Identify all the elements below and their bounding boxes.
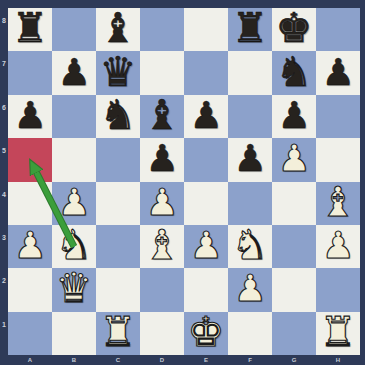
square-h3[interactable]: ♟: [316, 225, 360, 268]
chess-board-frame: 87654321 ♜♝♜♚♟♛♞♟♟♞♝♟♟♟♟♟♟♟♝♟♞♝♟♞♟♛♟♜♚♜ …: [0, 0, 365, 365]
black-pawn-g6[interactable]: ♟: [277, 97, 310, 134]
square-f4[interactable]: [228, 182, 272, 225]
white-pawn-e3[interactable]: ♟: [189, 227, 222, 264]
square-g7[interactable]: ♞: [272, 51, 316, 94]
square-b3[interactable]: ♞: [52, 225, 96, 268]
square-a7[interactable]: [8, 51, 52, 94]
square-d4[interactable]: ♟: [140, 182, 184, 225]
square-f2[interactable]: ♟: [228, 268, 272, 311]
square-f7[interactable]: [228, 51, 272, 94]
rank-label-7: 7: [0, 51, 8, 94]
rank-labels: 87654321: [0, 8, 8, 355]
square-e7[interactable]: [184, 51, 228, 94]
square-a8[interactable]: ♜: [8, 8, 52, 51]
white-rook-h1[interactable]: ♜: [320, 312, 357, 353]
square-g3[interactable]: [272, 225, 316, 268]
rank-label-1: 1: [0, 312, 8, 355]
rank-label-8: 8: [0, 8, 8, 51]
black-pawn-f5[interactable]: ♟: [233, 140, 266, 177]
white-knight-b3[interactable]: ♞: [56, 225, 93, 266]
square-h7[interactable]: ♟: [316, 51, 360, 94]
white-bishop-h4[interactable]: ♝: [320, 182, 357, 223]
square-h2[interactable]: [316, 268, 360, 311]
file-label-e: E: [184, 355, 228, 365]
square-e1[interactable]: ♚: [184, 312, 228, 355]
file-label-b: B: [52, 355, 96, 365]
file-label-a: A: [8, 355, 52, 365]
square-e2[interactable]: [184, 268, 228, 311]
square-e3[interactable]: ♟: [184, 225, 228, 268]
white-queen-b2[interactable]: ♛: [56, 268, 93, 309]
square-d7[interactable]: [140, 51, 184, 94]
square-b6[interactable]: [52, 95, 96, 138]
square-e8[interactable]: [184, 8, 228, 51]
square-a4[interactable]: [8, 182, 52, 225]
square-g4[interactable]: [272, 182, 316, 225]
square-h5[interactable]: [316, 138, 360, 181]
file-label-h: H: [316, 355, 360, 365]
square-h4[interactable]: ♝: [316, 182, 360, 225]
square-c7[interactable]: ♛: [96, 51, 140, 94]
square-d8[interactable]: [140, 8, 184, 51]
square-a1[interactable]: [8, 312, 52, 355]
square-d2[interactable]: [140, 268, 184, 311]
square-b5[interactable]: [52, 138, 96, 181]
black-pawn-h7[interactable]: ♟: [321, 54, 354, 91]
white-rook-c1[interactable]: ♜: [100, 312, 137, 353]
square-d6[interactable]: ♝: [140, 95, 184, 138]
square-a5[interactable]: [8, 138, 52, 181]
square-a3[interactable]: ♟: [8, 225, 52, 268]
square-d1[interactable]: [140, 312, 184, 355]
white-pawn-g5[interactable]: ♟: [277, 140, 310, 177]
rank-label-3: 3: [0, 225, 8, 268]
white-pawn-f2[interactable]: ♟: [233, 270, 266, 307]
square-a6[interactable]: ♟: [8, 95, 52, 138]
black-queen-c7[interactable]: ♛: [100, 52, 137, 93]
square-h1[interactable]: ♜: [316, 312, 360, 355]
black-pawn-a6[interactable]: ♟: [13, 97, 46, 134]
square-e4[interactable]: [184, 182, 228, 225]
file-label-c: C: [96, 355, 140, 365]
black-pawn-e6[interactable]: ♟: [189, 97, 222, 134]
white-pawn-b4[interactable]: ♟: [57, 184, 90, 221]
square-e5[interactable]: [184, 138, 228, 181]
square-e6[interactable]: ♟: [184, 95, 228, 138]
square-f6[interactable]: [228, 95, 272, 138]
file-labels: ABCDEFGH: [8, 355, 360, 365]
black-rook-a8[interactable]: ♜: [12, 8, 49, 49]
black-pawn-d5[interactable]: ♟: [145, 140, 178, 177]
square-b8[interactable]: [52, 8, 96, 51]
square-b7[interactable]: ♟: [52, 51, 96, 94]
black-rook-f8[interactable]: ♜: [232, 8, 269, 49]
square-c8[interactable]: ♝: [96, 8, 140, 51]
square-a2[interactable]: [8, 268, 52, 311]
square-g5[interactable]: ♟: [272, 138, 316, 181]
white-pawn-d4[interactable]: ♟: [145, 184, 178, 221]
square-b1[interactable]: [52, 312, 96, 355]
file-label-d: D: [140, 355, 184, 365]
black-king-g8[interactable]: ♚: [276, 8, 313, 49]
square-g1[interactable]: [272, 312, 316, 355]
black-knight-g7[interactable]: ♞: [276, 52, 313, 93]
black-pawn-b7[interactable]: ♟: [57, 54, 90, 91]
rank-label-4: 4: [0, 182, 8, 225]
square-f5[interactable]: ♟: [228, 138, 272, 181]
black-bishop-d6[interactable]: ♝: [144, 95, 181, 136]
white-king-e1[interactable]: ♚: [188, 312, 225, 353]
white-pawn-a3[interactable]: ♟: [13, 227, 46, 264]
square-h8[interactable]: [316, 8, 360, 51]
square-b2[interactable]: ♛: [52, 268, 96, 311]
square-d5[interactable]: ♟: [140, 138, 184, 181]
square-c4[interactable]: [96, 182, 140, 225]
black-knight-c6[interactable]: ♞: [100, 95, 137, 136]
square-b4[interactable]: ♟: [52, 182, 96, 225]
white-knight-f3[interactable]: ♞: [232, 225, 269, 266]
rank-label-5: 5: [0, 138, 8, 181]
square-c3[interactable]: [96, 225, 140, 268]
square-f8[interactable]: ♜: [228, 8, 272, 51]
square-c2[interactable]: [96, 268, 140, 311]
rank-label-6: 6: [0, 95, 8, 138]
white-bishop-d3[interactable]: ♝: [144, 225, 181, 266]
black-bishop-c8[interactable]: ♝: [100, 8, 137, 49]
square-g8[interactable]: ♚: [272, 8, 316, 51]
square-c6[interactable]: ♞: [96, 95, 140, 138]
white-pawn-h3[interactable]: ♟: [321, 227, 354, 264]
square-g2[interactable]: [272, 268, 316, 311]
file-label-f: F: [228, 355, 272, 365]
square-c5[interactable]: [96, 138, 140, 181]
square-g6[interactable]: ♟: [272, 95, 316, 138]
square-d3[interactable]: ♝: [140, 225, 184, 268]
chess-board: ♜♝♜♚♟♛♞♟♟♞♝♟♟♟♟♟♟♟♝♟♞♝♟♞♟♛♟♜♚♜: [8, 8, 360, 355]
square-c1[interactable]: ♜: [96, 312, 140, 355]
square-h6[interactable]: [316, 95, 360, 138]
square-f1[interactable]: [228, 312, 272, 355]
file-label-g: G: [272, 355, 316, 365]
rank-label-2: 2: [0, 268, 8, 311]
square-f3[interactable]: ♞: [228, 225, 272, 268]
